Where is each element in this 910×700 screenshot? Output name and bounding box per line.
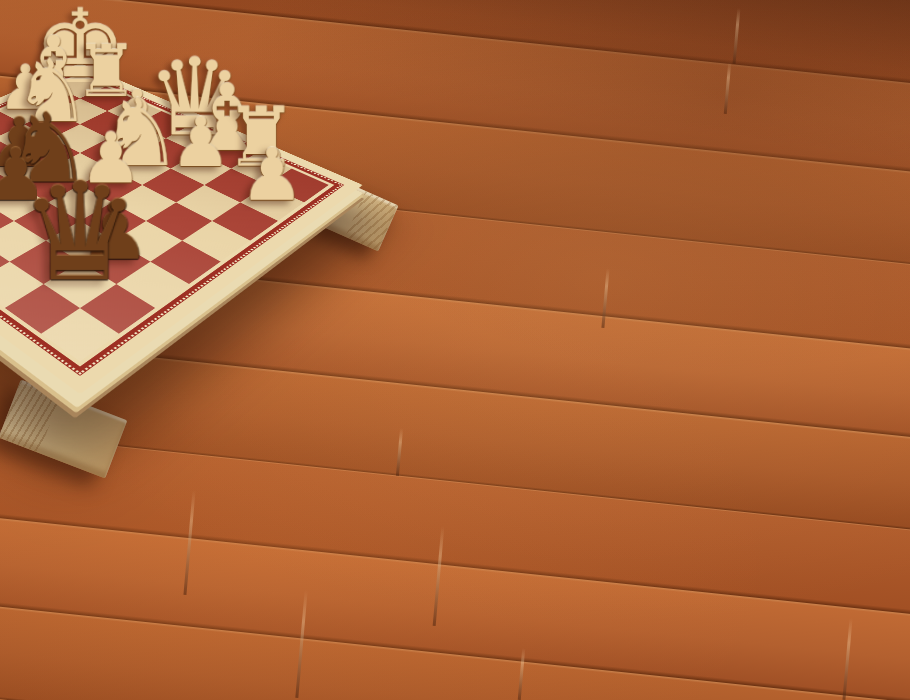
black-queen-glyph: ♛	[4, 165, 156, 301]
plank-joint	[396, 428, 403, 476]
plank-joint	[842, 618, 852, 700]
photo-stage: ♚♜♛♝♜♝♟♟♟♟♞♞♟♟♟♞♟♟♛	[0, 0, 910, 700]
black-queen[interactable]: ♛	[44, 262, 117, 308]
plank-joint	[518, 648, 526, 700]
plank-joint	[601, 268, 609, 328]
plank-joint	[733, 8, 741, 64]
plank-joint	[295, 590, 307, 698]
plank-joint	[183, 490, 195, 595]
plank-joint	[433, 526, 445, 626]
board-perspective-scene: ♚♜♛♝♜♝♟♟♟♟♞♞♟♟♟♞♟♟♛	[0, 0, 280, 385]
white-pawn-glyph: ♟	[205, 139, 339, 211]
plank-joint	[724, 62, 732, 114]
